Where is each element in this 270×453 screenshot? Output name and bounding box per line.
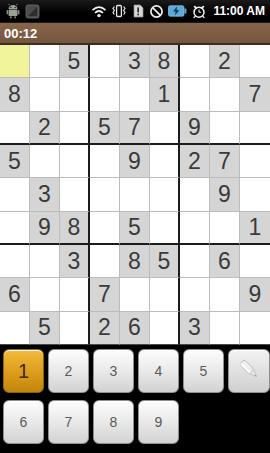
cell-r4c3[interactable] <box>60 145 90 178</box>
cell-r5c8[interactable]: 9 <box>210 178 240 211</box>
cell-r8c2[interactable] <box>30 278 60 311</box>
cell-r8c7[interactable] <box>180 278 210 311</box>
cell-r9c9[interactable] <box>240 312 270 345</box>
numpad-8-button[interactable]: 8 <box>93 400 134 444</box>
alarm-icon <box>191 4 207 19</box>
cell-r7c2[interactable] <box>30 245 60 278</box>
cell-r9c8[interactable] <box>210 312 240 345</box>
cell-r8c9[interactable]: 9 <box>240 278 270 311</box>
sim-warning-icon <box>131 4 145 18</box>
cell-r9c5[interactable]: 6 <box>120 312 150 345</box>
clock-time: 11:00 AM <box>213 4 265 18</box>
sd-card-icon <box>25 4 40 19</box>
cell-r2c5[interactable] <box>120 78 150 111</box>
cell-r7c4[interactable] <box>90 245 120 278</box>
cell-r4c6[interactable] <box>150 145 180 178</box>
cell-r9c3[interactable] <box>60 312 90 345</box>
cell-r8c6[interactable] <box>150 278 180 311</box>
cell-r7c1[interactable] <box>0 245 30 278</box>
cell-r6c5[interactable]: 5 <box>120 212 150 245</box>
numpad-6-button[interactable]: 6 <box>3 400 44 444</box>
cell-r2c1[interactable]: 8 <box>0 78 30 111</box>
status-bar: 11:00 AM <box>0 0 270 22</box>
pencil-icon <box>236 356 263 386</box>
cell-r2c2[interactable] <box>30 78 60 111</box>
cell-r5c3[interactable] <box>60 178 90 211</box>
cell-r2c3[interactable] <box>60 78 90 111</box>
cell-r4c8[interactable]: 7 <box>210 145 240 178</box>
cell-r2c7[interactable] <box>180 78 210 111</box>
numpad-4-button[interactable]: 4 <box>138 349 179 393</box>
cell-r1c4[interactable] <box>90 45 120 78</box>
cell-r6c7[interactable] <box>180 212 210 245</box>
cell-r5c5[interactable] <box>120 178 150 211</box>
cell-r1c5[interactable]: 3 <box>120 45 150 78</box>
cell-r2c6[interactable]: 1 <box>150 78 180 111</box>
cell-r3c1[interactable] <box>0 112 30 145</box>
cell-r5c1[interactable] <box>0 178 30 211</box>
sudoku-board: 53828172579592739985138566795263 <box>0 45 270 345</box>
cell-r3c9[interactable] <box>240 112 270 145</box>
numpad-buttons-1: 12345 <box>3 349 224 393</box>
cell-r8c3[interactable] <box>60 278 90 311</box>
cell-r5c9[interactable] <box>240 178 270 211</box>
cell-r1c1[interactable] <box>0 45 30 78</box>
numpad-7-button[interactable]: 7 <box>48 400 89 444</box>
cell-r8c4[interactable]: 7 <box>90 278 120 311</box>
numpad-2-button[interactable]: 2 <box>48 349 89 393</box>
cell-r6c3[interactable]: 8 <box>60 212 90 245</box>
cell-r6c2[interactable]: 9 <box>30 212 60 245</box>
cell-r6c1[interactable] <box>0 212 30 245</box>
vibrate-icon <box>111 4 127 18</box>
cell-r9c2[interactable]: 5 <box>30 312 60 345</box>
game-timer: 00:12 <box>0 26 37 41</box>
cell-r3c5[interactable]: 7 <box>120 112 150 145</box>
cell-r2c4[interactable] <box>90 78 120 111</box>
no-signal-icon <box>149 4 164 19</box>
cell-r2c9[interactable]: 7 <box>240 78 270 111</box>
cell-r2c8[interactable] <box>210 78 240 111</box>
wifi-icon <box>91 5 107 18</box>
numpad-1-button[interactable]: 1 <box>3 349 44 393</box>
numpad-3-button[interactable]: 3 <box>93 349 134 393</box>
cell-r8c5[interactable] <box>120 278 150 311</box>
title-bar: 00:12 <box>0 22 270 45</box>
cell-r7c9[interactable] <box>240 245 270 278</box>
cell-r4c1[interactable]: 5 <box>0 145 30 178</box>
numpad-buttons-2: 6789 <box>3 400 179 444</box>
cell-r5c4[interactable] <box>90 178 120 211</box>
numpad-row-1: 12345 <box>3 349 270 393</box>
cell-r7c7[interactable] <box>180 245 210 278</box>
cell-r3c7[interactable]: 9 <box>180 112 210 145</box>
cell-r4c2[interactable] <box>30 145 60 178</box>
cell-r4c7[interactable]: 2 <box>180 145 210 178</box>
cell-r1c7[interactable] <box>180 45 210 78</box>
cell-r3c8[interactable] <box>210 112 240 145</box>
cell-r8c1[interactable]: 6 <box>0 278 30 311</box>
cell-r4c5[interactable]: 9 <box>120 145 150 178</box>
cell-r3c3[interactable] <box>60 112 90 145</box>
cell-r9c1[interactable] <box>0 312 30 345</box>
numpad-9-button[interactable]: 9 <box>138 400 179 444</box>
cell-r6c6[interactable] <box>150 212 180 245</box>
cell-r5c7[interactable] <box>180 178 210 211</box>
android-icon <box>5 3 21 19</box>
cell-r9c4[interactable]: 2 <box>90 312 120 345</box>
cell-r4c9[interactable] <box>240 145 270 178</box>
battery-icon <box>168 5 187 17</box>
cell-r1c9[interactable] <box>240 45 270 78</box>
cell-r1c8[interactable]: 2 <box>210 45 240 78</box>
numpad-5-button[interactable]: 5 <box>183 349 224 393</box>
cell-r9c6[interactable] <box>150 312 180 345</box>
cell-r3c2[interactable]: 2 <box>30 112 60 145</box>
cell-r5c6[interactable] <box>150 178 180 211</box>
cell-r7c5[interactable]: 8 <box>120 245 150 278</box>
cell-r7c3[interactable]: 3 <box>60 245 90 278</box>
pencil-button[interactable] <box>228 349 270 393</box>
cell-r6c8[interactable] <box>210 212 240 245</box>
cell-r6c9[interactable]: 1 <box>240 212 270 245</box>
cell-r1c6[interactable]: 8 <box>150 45 180 78</box>
cell-r1c3[interactable]: 5 <box>60 45 90 78</box>
cell-r3c6[interactable] <box>150 112 180 145</box>
cell-r7c8[interactable]: 6 <box>210 245 240 278</box>
cell-r9c7[interactable]: 3 <box>180 312 210 345</box>
numpad-row-2: 6789 <box>3 400 270 444</box>
cell-r3c4[interactable]: 5 <box>90 112 120 145</box>
cell-r7c6[interactable]: 5 <box>150 245 180 278</box>
cell-r5c2[interactable]: 3 <box>30 178 60 211</box>
cell-r4c4[interactable] <box>90 145 120 178</box>
cell-r1c2[interactable] <box>30 45 60 78</box>
phone-screen: 11:00 AM 00:12 5382817257959273998513856… <box>0 0 270 453</box>
numpad: 12345 6789 <box>0 345 270 444</box>
cell-r6c4[interactable] <box>90 212 120 245</box>
cell-r8c8[interactable] <box>210 278 240 311</box>
